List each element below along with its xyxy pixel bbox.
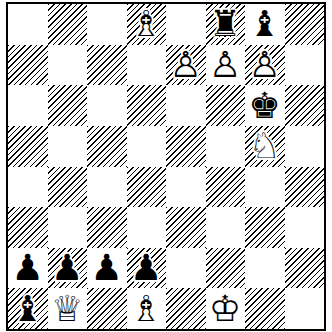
square-c2[interactable]: ♟♟ <box>87 248 127 289</box>
square-c8[interactable] <box>87 4 127 45</box>
square-d6[interactable] <box>127 85 167 126</box>
chess-diagram: { "game": "chess", "position": { "fen": … <box>0 0 332 332</box>
square-e7[interactable]: ♟♙ <box>166 45 206 86</box>
square-c1[interactable] <box>87 288 127 329</box>
piece-glyph: ♔ <box>206 288 246 329</box>
square-a2[interactable]: ♟♟ <box>8 248 48 289</box>
square-a8[interactable] <box>8 4 48 45</box>
chess-board: ♝♗♜♜♝♝♟♙♟♙♟♙♚♚♞♘♟♟♟♟♟♟♟♟♝♝♛♕♝♗♚♔ <box>8 4 324 329</box>
square-b8[interactable] <box>48 4 88 45</box>
square-g7[interactable]: ♟♙ <box>245 45 285 86</box>
square-h8[interactable] <box>285 4 325 45</box>
square-c4[interactable] <box>87 167 127 208</box>
piece-black-pawn-d2: ♟♟ <box>127 248 167 289</box>
square-c5[interactable] <box>87 126 127 167</box>
square-g6[interactable]: ♚♚ <box>245 85 285 126</box>
square-e4[interactable] <box>166 167 206 208</box>
piece-glyph: ♝ <box>245 4 285 45</box>
square-f1[interactable]: ♚♔ <box>206 288 246 329</box>
square-g3[interactable] <box>245 207 285 248</box>
square-e6[interactable] <box>166 85 206 126</box>
piece-white-bishop-d1: ♝♗ <box>127 288 167 329</box>
piece-white-king-f1: ♚♔ <box>206 288 246 329</box>
square-d1[interactable]: ♝♗ <box>127 288 167 329</box>
square-a3[interactable] <box>8 207 48 248</box>
square-f6[interactable] <box>206 85 246 126</box>
square-e2[interactable] <box>166 248 206 289</box>
piece-glyph: ♙ <box>245 45 285 86</box>
square-b3[interactable] <box>48 207 88 248</box>
square-b6[interactable] <box>48 85 88 126</box>
square-f4[interactable] <box>206 167 246 208</box>
square-f7[interactable]: ♟♙ <box>206 45 246 86</box>
square-d7[interactable] <box>127 45 167 86</box>
square-d5[interactable] <box>127 126 167 167</box>
square-d3[interactable] <box>127 207 167 248</box>
square-b1[interactable]: ♛♕ <box>48 288 88 329</box>
square-g5[interactable]: ♞♘ <box>245 126 285 167</box>
square-a1[interactable]: ♝♝ <box>8 288 48 329</box>
square-a7[interactable] <box>8 45 48 86</box>
square-g1[interactable] <box>245 288 285 329</box>
piece-black-pawn-b2: ♟♟ <box>48 248 88 289</box>
piece-black-pawn-c2: ♟♟ <box>87 248 127 289</box>
square-a5[interactable] <box>8 126 48 167</box>
piece-glyph: ♟ <box>87 248 127 289</box>
square-d2[interactable]: ♟♟ <box>127 248 167 289</box>
piece-glyph: ♙ <box>206 45 246 86</box>
piece-glyph: ♕ <box>48 288 88 329</box>
piece-white-pawn-g7: ♟♙ <box>245 45 285 86</box>
piece-glyph: ♟ <box>8 248 48 289</box>
square-a4[interactable] <box>8 167 48 208</box>
piece-glyph: ♜ <box>206 4 246 45</box>
piece-glyph: ♘ <box>245 126 285 167</box>
piece-white-knight-g5: ♞♘ <box>245 126 285 167</box>
piece-glyph: ♗ <box>127 288 167 329</box>
piece-glyph: ♚ <box>245 85 285 126</box>
square-f8[interactable]: ♜♜ <box>206 4 246 45</box>
square-e3[interactable] <box>166 207 206 248</box>
square-c3[interactable] <box>87 207 127 248</box>
square-d8[interactable]: ♝♗ <box>127 4 167 45</box>
square-e1[interactable] <box>166 288 206 329</box>
square-h4[interactable] <box>285 167 325 208</box>
square-b2[interactable]: ♟♟ <box>48 248 88 289</box>
piece-black-king-g6: ♚♚ <box>245 85 285 126</box>
square-f3[interactable] <box>206 207 246 248</box>
square-e8[interactable] <box>166 4 206 45</box>
square-h3[interactable] <box>285 207 325 248</box>
square-g8[interactable]: ♝♝ <box>245 4 285 45</box>
square-c7[interactable] <box>87 45 127 86</box>
piece-glyph: ♝ <box>8 288 48 329</box>
square-e5[interactable] <box>166 126 206 167</box>
piece-glyph: ♗ <box>127 4 167 45</box>
piece-glyph: ♟ <box>48 248 88 289</box>
piece-white-pawn-f7: ♟♙ <box>206 45 246 86</box>
piece-glyph: ♟ <box>127 248 167 289</box>
square-c6[interactable] <box>87 85 127 126</box>
square-h5[interactable] <box>285 126 325 167</box>
square-h6[interactable] <box>285 85 325 126</box>
piece-black-rook-f8: ♜♜ <box>206 4 246 45</box>
square-g4[interactable] <box>245 167 285 208</box>
board-frame: ♝♗♜♜♝♝♟♙♟♙♟♙♚♚♞♘♟♟♟♟♟♟♟♟♝♝♛♕♝♗♚♔ <box>6 2 326 331</box>
square-f5[interactable] <box>206 126 246 167</box>
square-a6[interactable] <box>8 85 48 126</box>
piece-glyph: ♙ <box>166 45 206 86</box>
piece-white-queen-b1: ♛♕ <box>48 288 88 329</box>
square-b7[interactable] <box>48 45 88 86</box>
square-b4[interactable] <box>48 167 88 208</box>
piece-black-pawn-a2: ♟♟ <box>8 248 48 289</box>
square-h2[interactable] <box>285 248 325 289</box>
piece-black-bishop-a1: ♝♝ <box>8 288 48 329</box>
square-g2[interactable] <box>245 248 285 289</box>
square-f2[interactable] <box>206 248 246 289</box>
square-h1[interactable] <box>285 288 325 329</box>
square-h7[interactable] <box>285 45 325 86</box>
piece-white-pawn-e7: ♟♙ <box>166 45 206 86</box>
square-b5[interactable] <box>48 126 88 167</box>
square-d4[interactable] <box>127 167 167 208</box>
piece-white-bishop-d8: ♝♗ <box>127 4 167 45</box>
piece-black-bishop-g8: ♝♝ <box>245 4 285 45</box>
